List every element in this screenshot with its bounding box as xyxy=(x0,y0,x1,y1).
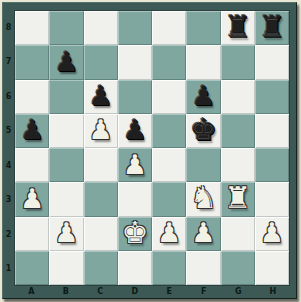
square-d8[interactable] xyxy=(118,11,152,45)
file-label-h: H xyxy=(256,285,291,298)
file-label-e: E xyxy=(152,285,187,298)
square-b4[interactable] xyxy=(49,148,83,182)
square-c4[interactable] xyxy=(84,148,118,182)
piece-white-king: ♚ xyxy=(121,218,148,248)
square-f7[interactable] xyxy=(186,45,220,79)
file-label-f: F xyxy=(187,285,222,298)
square-g3[interactable]: ♜ xyxy=(221,182,255,216)
square-h6[interactable] xyxy=(255,80,289,114)
rank-label-1: 1 xyxy=(3,252,14,287)
square-b7[interactable]: ♟ xyxy=(49,45,83,79)
file-label-g: G xyxy=(221,285,256,298)
square-a4[interactable] xyxy=(15,148,49,182)
square-f8[interactable] xyxy=(186,11,220,45)
square-g6[interactable] xyxy=(221,80,255,114)
square-c5[interactable]: ♟ xyxy=(84,114,118,148)
piece-white-rook: ♜ xyxy=(224,183,251,213)
piece-black-king: ♚ xyxy=(190,115,217,145)
square-e6[interactable] xyxy=(152,80,186,114)
square-c3[interactable] xyxy=(84,182,118,216)
square-d5[interactable]: ♟ xyxy=(118,114,152,148)
square-a6[interactable] xyxy=(15,80,49,114)
square-a8[interactable] xyxy=(15,11,49,45)
rank-label-6: 6 xyxy=(3,79,14,114)
square-h2[interactable]: ♟ xyxy=(255,217,289,251)
file-label-d: D xyxy=(118,285,153,298)
square-b8[interactable] xyxy=(49,11,83,45)
piece-white-pawn: ♟ xyxy=(260,219,284,246)
square-g8[interactable]: ♜ xyxy=(221,11,255,45)
piece-black-rook: ♜ xyxy=(258,12,285,42)
square-a1[interactable] xyxy=(15,251,49,285)
square-e4[interactable] xyxy=(152,148,186,182)
square-c6[interactable]: ♟ xyxy=(84,80,118,114)
square-e1[interactable] xyxy=(152,251,186,285)
piece-black-pawn: ♟ xyxy=(191,82,215,109)
piece-white-pawn: ♟ xyxy=(89,116,113,143)
square-f1[interactable] xyxy=(186,251,220,285)
square-g2[interactable] xyxy=(221,217,255,251)
square-e2[interactable]: ♟ xyxy=(152,217,186,251)
rank-label-7: 7 xyxy=(3,45,14,80)
square-e7[interactable] xyxy=(152,45,186,79)
square-g4[interactable] xyxy=(221,148,255,182)
square-b6[interactable] xyxy=(49,80,83,114)
square-a5[interactable]: ♟ xyxy=(15,114,49,148)
file-label-c: C xyxy=(83,285,118,298)
square-f2[interactable]: ♟ xyxy=(186,217,220,251)
square-a7[interactable] xyxy=(15,45,49,79)
rank-label-5: 5 xyxy=(3,114,14,149)
square-g5[interactable] xyxy=(221,114,255,148)
square-d1[interactable] xyxy=(118,251,152,285)
square-g1[interactable] xyxy=(221,251,255,285)
piece-white-pawn: ♟ xyxy=(191,219,215,246)
square-d2[interactable]: ♚ xyxy=(118,217,152,251)
square-h1[interactable] xyxy=(255,251,289,285)
square-c8[interactable] xyxy=(84,11,118,45)
rank-label-2: 2 xyxy=(3,217,14,252)
square-f5[interactable]: ♚ xyxy=(186,114,220,148)
square-a3[interactable]: ♟ xyxy=(15,182,49,216)
chess-board-frame: 87654321 ♜♜♟♟♟♟♟♟♚♟♟♞♜♟♚♟♟♟ ABCDEFGH xyxy=(2,2,297,299)
rank-labels: 87654321 xyxy=(3,10,14,286)
piece-black-pawn: ♟ xyxy=(89,82,113,109)
square-b2[interactable]: ♟ xyxy=(49,217,83,251)
square-c2[interactable] xyxy=(84,217,118,251)
rank-label-3: 3 xyxy=(3,183,14,218)
square-b5[interactable] xyxy=(49,114,83,148)
square-f4[interactable] xyxy=(186,148,220,182)
square-h8[interactable]: ♜ xyxy=(255,11,289,45)
file-labels: ABCDEFGH xyxy=(14,285,290,298)
rank-label-4: 4 xyxy=(3,148,14,183)
square-d4[interactable]: ♟ xyxy=(118,148,152,182)
square-f6[interactable]: ♟ xyxy=(186,80,220,114)
square-e3[interactable] xyxy=(152,182,186,216)
piece-white-pawn: ♟ xyxy=(20,185,44,212)
square-h7[interactable] xyxy=(255,45,289,79)
piece-black-pawn: ♟ xyxy=(54,48,78,75)
piece-white-knight: ♞ xyxy=(190,183,217,213)
square-h3[interactable] xyxy=(255,182,289,216)
square-c1[interactable] xyxy=(84,251,118,285)
square-h4[interactable] xyxy=(255,148,289,182)
piece-black-rook: ♜ xyxy=(224,12,251,42)
square-d3[interactable] xyxy=(118,182,152,216)
square-d7[interactable] xyxy=(118,45,152,79)
square-a2[interactable] xyxy=(15,217,49,251)
file-label-b: B xyxy=(49,285,84,298)
square-c7[interactable] xyxy=(84,45,118,79)
square-b3[interactable] xyxy=(49,182,83,216)
piece-black-pawn: ♟ xyxy=(123,116,147,143)
square-e5[interactable] xyxy=(152,114,186,148)
chess-board: ♜♜♟♟♟♟♟♟♚♟♟♞♜♟♚♟♟♟ xyxy=(14,10,290,286)
rank-label-8: 8 xyxy=(3,10,14,45)
square-h5[interactable] xyxy=(255,114,289,148)
square-f3[interactable]: ♞ xyxy=(186,182,220,216)
piece-white-pawn: ♟ xyxy=(123,151,147,178)
piece-white-pawn: ♟ xyxy=(54,219,78,246)
square-g7[interactable] xyxy=(221,45,255,79)
file-label-a: A xyxy=(14,285,49,298)
square-b1[interactable] xyxy=(49,251,83,285)
piece-white-pawn: ♟ xyxy=(157,219,181,246)
piece-black-pawn: ♟ xyxy=(20,116,44,143)
square-d6[interactable] xyxy=(118,80,152,114)
square-e8[interactable] xyxy=(152,11,186,45)
